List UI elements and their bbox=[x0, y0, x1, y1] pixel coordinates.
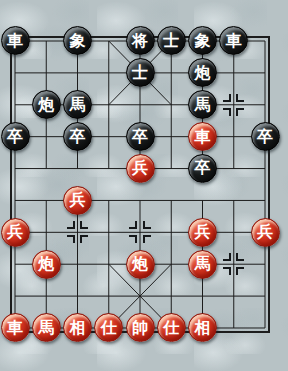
board-point: 車 bbox=[218, 25, 249, 57]
piece-red-chariot-left[interactable]: 車 bbox=[1, 313, 30, 342]
piece-black-chariot-right[interactable]: 車 bbox=[219, 26, 248, 55]
piece-black-horse-left[interactable]: 馬 bbox=[63, 90, 92, 119]
board-point: 卒 bbox=[0, 121, 31, 153]
piece-red-soldier-c[interactable]: 兵 bbox=[63, 186, 92, 215]
piece-red-horse-left[interactable]: 馬 bbox=[32, 313, 61, 342]
piece-black-soldier-g[interactable]: 卒 bbox=[188, 154, 217, 183]
board-point: 馬 bbox=[31, 312, 62, 344]
board-point: 炮 bbox=[31, 248, 62, 280]
board-point: 象 bbox=[62, 25, 93, 57]
piece-red-advisor-left[interactable]: 仕 bbox=[94, 313, 123, 342]
board-point: 兵 bbox=[62, 184, 93, 216]
board-point: 卒 bbox=[187, 153, 218, 185]
piece-black-soldier-e[interactable]: 卒 bbox=[126, 122, 155, 151]
board-point: 象 bbox=[187, 25, 218, 57]
piece-red-soldier-i[interactable]: 兵 bbox=[251, 218, 280, 247]
board-point: 兵 bbox=[187, 216, 218, 248]
board-point: 車 bbox=[0, 25, 31, 57]
board-point: 兵 bbox=[0, 216, 31, 248]
piece-red-soldier-g[interactable]: 兵 bbox=[188, 218, 217, 247]
board-point: 卒 bbox=[249, 121, 280, 153]
piece-red-cannon-left[interactable]: 炮 bbox=[32, 250, 61, 279]
piece-black-soldier-a[interactable]: 卒 bbox=[1, 122, 30, 151]
piece-black-elephant-right[interactable]: 象 bbox=[188, 26, 217, 55]
piece-black-cannon-right[interactable]: 炮 bbox=[188, 58, 217, 87]
piece-black-soldier-c[interactable]: 卒 bbox=[63, 122, 92, 151]
board-point: 卒 bbox=[62, 121, 93, 153]
piece-black-advisor-right[interactable]: 士 bbox=[157, 26, 186, 55]
board-point: 帥 bbox=[124, 312, 155, 344]
board-point: 相 bbox=[62, 312, 93, 344]
board-point: 兵 bbox=[124, 153, 155, 185]
board-point: 馬 bbox=[62, 89, 93, 121]
board-point: 車 bbox=[0, 312, 31, 344]
board-point: 車 bbox=[187, 121, 218, 153]
piece-black-cannon-left[interactable]: 炮 bbox=[32, 90, 61, 119]
piece-red-elephant-right[interactable]: 相 bbox=[188, 313, 217, 342]
piece-red-soldier-a[interactable]: 兵 bbox=[1, 218, 30, 247]
piece-red-cannon-center[interactable]: 炮 bbox=[126, 250, 155, 279]
board-point: 仕 bbox=[156, 312, 187, 344]
xiangqi-board: 車象将士象車士炮炮馬馬卒卒卒卒卒車兵兵兵兵兵炮炮馬車馬相仕帥仕相 bbox=[0, 0, 288, 371]
piece-red-advisor-right[interactable]: 仕 bbox=[157, 313, 186, 342]
piece-layer: 車象将士象車士炮炮馬馬卒卒卒卒卒車兵兵兵兵兵炮炮馬車馬相仕帥仕相 bbox=[0, 25, 281, 344]
board-point: 馬 bbox=[187, 89, 218, 121]
piece-black-advisor-left[interactable]: 士 bbox=[126, 58, 155, 87]
piece-red-soldier-e[interactable]: 兵 bbox=[126, 154, 155, 183]
board-point: 将 bbox=[124, 25, 155, 57]
piece-red-horse-right[interactable]: 馬 bbox=[188, 250, 217, 279]
piece-red-elephant-left[interactable]: 相 bbox=[63, 313, 92, 342]
piece-black-soldier-i[interactable]: 卒 bbox=[251, 122, 280, 151]
board-point: 相 bbox=[187, 312, 218, 344]
board-point: 炮 bbox=[187, 57, 218, 89]
piece-black-chariot-left[interactable]: 車 bbox=[1, 26, 30, 55]
piece-red-general[interactable]: 帥 bbox=[126, 313, 155, 342]
board-point: 士 bbox=[156, 25, 187, 57]
board-point: 兵 bbox=[249, 216, 280, 248]
board-point: 馬 bbox=[187, 248, 218, 280]
board-point: 士 bbox=[124, 57, 155, 89]
board-point: 仕 bbox=[93, 312, 124, 344]
piece-black-horse-right[interactable]: 馬 bbox=[188, 90, 217, 119]
board-point: 炮 bbox=[31, 89, 62, 121]
board-point: 卒 bbox=[124, 121, 155, 153]
piece-black-general[interactable]: 将 bbox=[126, 26, 155, 55]
board-point: 炮 bbox=[124, 248, 155, 280]
piece-red-chariot-right[interactable]: 車 bbox=[188, 122, 217, 151]
piece-black-elephant-left[interactable]: 象 bbox=[63, 26, 92, 55]
